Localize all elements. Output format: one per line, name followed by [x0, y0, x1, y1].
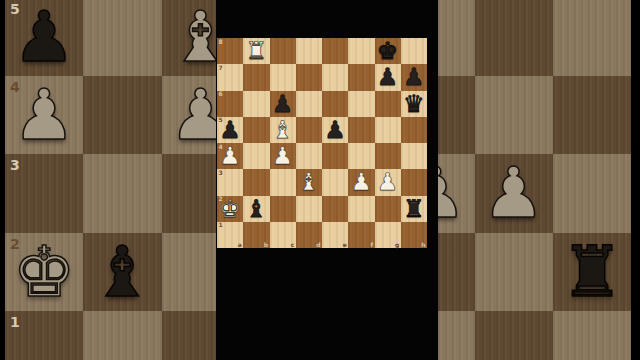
square-d8[interactable]: [296, 38, 322, 64]
square-a8[interactable]: 8: [217, 38, 243, 64]
square-b8[interactable]: ♜: [243, 38, 269, 64]
square-a4: 4♟: [5, 76, 83, 154]
square-g3[interactable]: ♟: [375, 169, 401, 195]
square-b1: [83, 311, 161, 360]
square-b4[interactable]: [243, 143, 269, 169]
piece-black-pawn-g7[interactable]: ♟: [377, 65, 399, 89]
square-a3: 3: [5, 154, 83, 232]
piece-white-bishop-d3[interactable]: ♝: [298, 170, 320, 194]
rank-label-1: 1: [10, 315, 20, 329]
square-f1[interactable]: f: [348, 222, 374, 248]
square-d1[interactable]: d: [296, 222, 322, 248]
piece-black-pawn-c6[interactable]: ♟: [272, 92, 294, 116]
square-a4[interactable]: 4♟: [217, 143, 243, 169]
square-a2: 2♚: [5, 233, 83, 311]
file-label-f: f: [370, 242, 373, 248]
square-f2[interactable]: [348, 196, 374, 222]
square-b2: ♝: [83, 233, 161, 311]
file-label-b: b: [264, 242, 268, 248]
square-a7[interactable]: 7: [217, 64, 243, 90]
piece-black-pawn-a5[interactable]: ♟: [219, 118, 241, 142]
square-e4[interactable]: [322, 143, 348, 169]
square-c3[interactable]: [270, 169, 296, 195]
square-c1[interactable]: c: [270, 222, 296, 248]
square-d5[interactable]: [296, 117, 322, 143]
rank-label-3: 3: [219, 170, 223, 176]
square-g5[interactable]: [375, 117, 401, 143]
square-e3[interactable]: [322, 169, 348, 195]
square-b5[interactable]: [243, 117, 269, 143]
piece-white-pawn-f3[interactable]: ♟: [351, 170, 373, 194]
square-h3[interactable]: [401, 169, 427, 195]
rank-label-8: 8: [219, 39, 223, 45]
piece-white-pawn-a4: ♟: [13, 80, 76, 150]
square-d3[interactable]: ♝: [296, 169, 322, 195]
piece-black-queen-h6[interactable]: ♛: [403, 92, 425, 116]
file-label-h: h: [421, 242, 425, 248]
piece-black-pawn-e5[interactable]: ♟: [324, 118, 346, 142]
square-c6[interactable]: ♟: [270, 91, 296, 117]
square-e1[interactable]: e: [322, 222, 348, 248]
file-label-d: d: [316, 242, 320, 248]
square-d4[interactable]: [296, 143, 322, 169]
rank-label-1: 1: [219, 222, 223, 228]
piece-white-pawn-g3: ♟: [482, 158, 545, 228]
square-g1: [475, 311, 553, 360]
square-e7[interactable]: [322, 64, 348, 90]
square-b2[interactable]: ♝: [243, 196, 269, 222]
square-f3[interactable]: ♟: [348, 169, 374, 195]
square-g6[interactable]: [375, 91, 401, 117]
square-b7[interactable]: [243, 64, 269, 90]
square-f7[interactable]: [348, 64, 374, 90]
piece-white-pawn-g3[interactable]: ♟: [377, 170, 399, 194]
piece-black-bishop-b2: ♝: [91, 237, 154, 307]
square-a3[interactable]: 3: [217, 169, 243, 195]
square-b3: [83, 154, 161, 232]
square-h3: [553, 154, 631, 232]
square-b6[interactable]: [243, 91, 269, 117]
square-h5[interactable]: [401, 117, 427, 143]
piece-white-bishop-c5[interactable]: ♝: [272, 118, 294, 142]
square-a2[interactable]: 2♚: [217, 196, 243, 222]
square-f6[interactable]: [348, 91, 374, 117]
square-d2[interactable]: [296, 196, 322, 222]
square-h8[interactable]: [401, 38, 427, 64]
file-label-e: e: [343, 242, 347, 248]
square-b1[interactable]: b: [243, 222, 269, 248]
square-c5[interactable]: ♝: [270, 117, 296, 143]
square-c7[interactable]: [270, 64, 296, 90]
square-e8[interactable]: [322, 38, 348, 64]
file-label-c: c: [291, 242, 295, 248]
square-c4[interactable]: ♟: [270, 143, 296, 169]
square-g4[interactable]: [375, 143, 401, 169]
square-g8[interactable]: ♚: [375, 38, 401, 64]
file-label-g: g: [395, 242, 399, 248]
square-h4[interactable]: [401, 143, 427, 169]
square-c2[interactable]: [270, 196, 296, 222]
square-h5: [553, 0, 631, 76]
square-e2[interactable]: [322, 196, 348, 222]
file-label-a: a: [238, 242, 242, 248]
square-e5[interactable]: ♟: [322, 117, 348, 143]
square-e6[interactable]: [322, 91, 348, 117]
piece-black-rook-h2: ♜: [560, 237, 623, 307]
rank-label-7: 7: [219, 65, 223, 71]
square-h7[interactable]: ♟: [401, 64, 427, 90]
square-h6[interactable]: ♛: [401, 91, 427, 117]
square-a1[interactable]: 1a: [217, 222, 243, 248]
square-c8[interactable]: [270, 38, 296, 64]
video-frame: 8♜♚7♟♟6♟♛5♟♝♟4♟♟3♝♟♟2♚♝♜1 8♜♚7♟♟6♟♛5♟♝♟4…: [0, 0, 640, 360]
square-h1: [553, 311, 631, 360]
square-a6[interactable]: 6: [217, 91, 243, 117]
letterbox-left: [0, 0, 5, 360]
square-g1[interactable]: g: [375, 222, 401, 248]
piece-white-king-a2: ♚: [13, 237, 76, 307]
piece-white-pawn-c4[interactable]: ♟: [272, 144, 294, 168]
square-g5: [475, 0, 553, 76]
rank-label-3: 3: [10, 158, 20, 172]
square-a5[interactable]: 5♟: [217, 117, 243, 143]
square-g3: ♟: [475, 154, 553, 232]
square-b3[interactable]: [243, 169, 269, 195]
square-g2: [475, 233, 553, 311]
square-f5[interactable]: [348, 117, 374, 143]
piece-black-bishop-b2[interactable]: ♝: [246, 197, 268, 221]
main-board: 8♜♚7♟♟6♟♛5♟♝♟4♟♟3♝♟♟2♚♝♜1abcdefgh: [217, 38, 427, 248]
piece-white-king-a2[interactable]: ♚: [219, 197, 241, 221]
square-b4: [83, 76, 161, 154]
piece-black-rook-h2[interactable]: ♜: [403, 197, 425, 221]
square-h1[interactable]: h: [401, 222, 427, 248]
square-h4: [553, 76, 631, 154]
rank-label-6: 6: [219, 91, 223, 97]
square-f8[interactable]: [348, 38, 374, 64]
piece-black-pawn-a5: ♟: [13, 2, 76, 72]
square-d7[interactable]: [296, 64, 322, 90]
letterbox-right: [631, 0, 640, 360]
square-g7[interactable]: ♟: [375, 64, 401, 90]
square-g2[interactable]: [375, 196, 401, 222]
square-g4: [475, 76, 553, 154]
square-a5: 5♟: [5, 0, 83, 76]
square-b5: [83, 0, 161, 76]
piece-black-king-g8[interactable]: ♚: [377, 39, 399, 63]
square-f4[interactable]: [348, 143, 374, 169]
piece-white-rook-b8[interactable]: ♜: [246, 39, 268, 63]
piece-white-pawn-a4[interactable]: ♟: [219, 144, 241, 168]
square-d6[interactable]: [296, 91, 322, 117]
square-h2: ♜: [553, 233, 631, 311]
square-h2[interactable]: ♜: [401, 196, 427, 222]
square-a1: 1: [5, 311, 83, 360]
piece-black-pawn-h7[interactable]: ♟: [403, 65, 425, 89]
